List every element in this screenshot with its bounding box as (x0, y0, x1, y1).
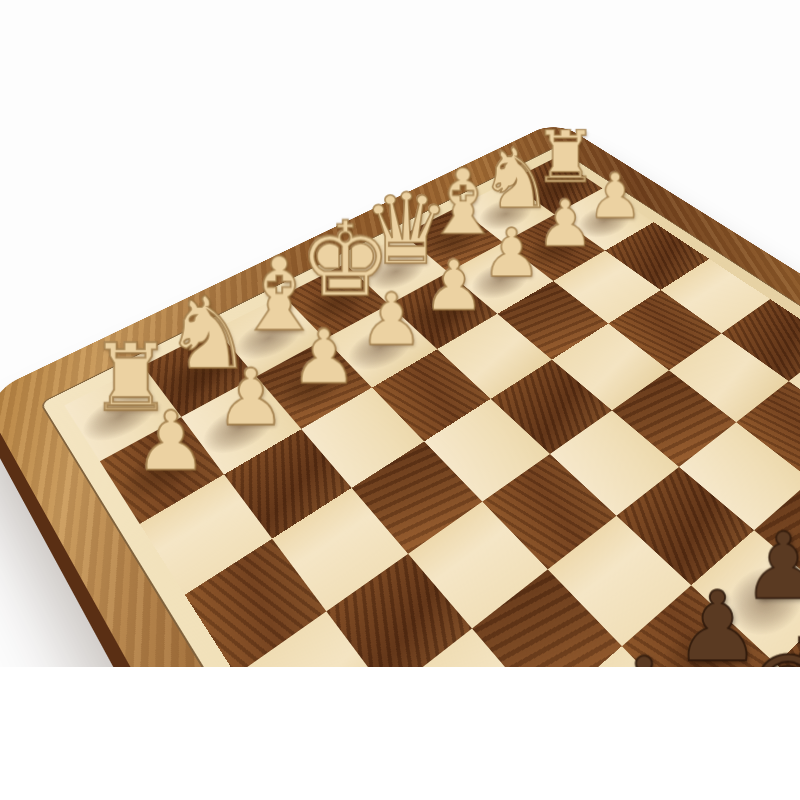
piece-shadow (75, 383, 166, 451)
board-scene: ♜♞♝♚♛♝♞♜♟♟♟♟♟♟♟♟♟♟♟♟♟♟♟♟♜♞♝♚♛♝♞♜ (0, 0, 800, 667)
chess-board: ♜♞♝♚♛♝♞♜♟♟♟♟♟♟♟♟♟♟♟♟♟♟♟♟♜♞♝♚♛♝♞♜ (0, 120, 800, 667)
chess-board-photo: ♜♞♝♚♛♝♞♜♟♟♟♟♟♟♟♟♟♟♟♟♟♟♟♟♜♞♝♚♛♝♞♜ (0, 0, 800, 667)
photo-bottom-whitespace (0, 667, 800, 800)
